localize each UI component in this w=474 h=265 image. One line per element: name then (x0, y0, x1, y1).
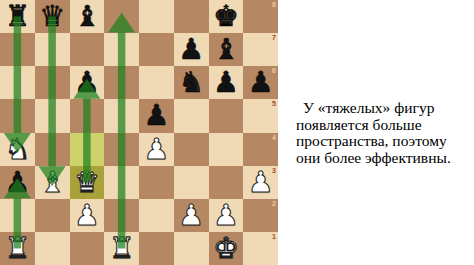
piece-black-queen-b8[interactable]: ♛ (39, 0, 65, 33)
square-f5[interactable] (174, 99, 209, 132)
square-b5[interactable] (35, 99, 70, 132)
rank-label-8: 8 (272, 0, 276, 9)
square-c2[interactable]: ♟ (70, 199, 105, 232)
square-d1[interactable]: ♜ (104, 232, 139, 265)
lesson-text-line-3: пространства, поэтому (296, 133, 472, 150)
square-e3[interactable] (139, 166, 174, 199)
square-f6[interactable]: ♞ (174, 66, 209, 99)
lesson-text-line-4: они более эффективны. (296, 150, 472, 167)
square-h1[interactable]: 1 (243, 232, 278, 265)
square-h5[interactable]: 5 (243, 99, 278, 132)
square-e6[interactable] (139, 66, 174, 99)
rank-label-3: 3 (272, 166, 276, 175)
piece-black-knight-f6[interactable]: ♞ (178, 66, 204, 99)
rank-label-6: 6 (272, 66, 276, 75)
square-g1[interactable]: ♚ (209, 232, 244, 265)
square-e4[interactable]: ♟ (139, 133, 174, 166)
square-d7[interactable] (104, 33, 139, 66)
chess-board[interactable]: ♜♛♝♚8♟♝7♟♞♟6♟♟5♞♟4♟♝♛3♟♟♟♟2♜♜♚1 (0, 0, 278, 265)
square-b3[interactable]: ♝ (35, 166, 70, 199)
square-a3[interactable]: ♟ (0, 166, 35, 199)
square-c7[interactable] (70, 33, 105, 66)
piece-black-pawn-g6[interactable]: ♟ (213, 66, 239, 99)
square-g3[interactable] (209, 166, 244, 199)
piece-black-pawn-e5[interactable]: ♟ (143, 99, 169, 132)
square-d5[interactable] (104, 99, 139, 132)
square-g2[interactable]: ♟ (209, 199, 244, 232)
square-d6[interactable] (104, 66, 139, 99)
square-d2[interactable] (104, 199, 139, 232)
square-h8[interactable]: 8 (243, 0, 278, 33)
piece-white-bishop-b3[interactable]: ♝ (39, 166, 65, 199)
square-h7[interactable]: 7 (243, 33, 278, 66)
square-d3[interactable] (104, 166, 139, 199)
lesson-text: У «тяжелых» фигур появляется больше прос… (296, 100, 472, 166)
piece-black-pawn-f7[interactable]: ♟ (178, 33, 204, 66)
square-g4[interactable] (209, 133, 244, 166)
square-a8[interactable]: ♜ (0, 0, 35, 33)
square-d8[interactable] (104, 0, 139, 33)
piece-white-rook-a1[interactable]: ♜ (4, 232, 30, 265)
square-h3[interactable]: 3♟ (243, 166, 278, 199)
piece-white-pawn-c2[interactable]: ♟ (74, 199, 100, 232)
rank-label-7: 7 (272, 33, 276, 42)
square-g8[interactable]: ♚ (209, 0, 244, 33)
piece-black-pawn-h6[interactable]: ♟ (248, 66, 274, 99)
square-b4[interactable] (35, 133, 70, 166)
piece-white-pawn-f2[interactable]: ♟ (178, 199, 204, 232)
square-a4[interactable]: ♞ (0, 133, 35, 166)
piece-black-bishop-c8[interactable]: ♝ (74, 0, 100, 33)
square-f7[interactable]: ♟ (174, 33, 209, 66)
square-c5[interactable] (70, 99, 105, 132)
square-f4[interactable] (174, 133, 209, 166)
lesson-text-line-2: появляется больше (296, 117, 472, 134)
square-e5[interactable]: ♟ (139, 99, 174, 132)
square-f8[interactable] (174, 0, 209, 33)
screenshot-root: ♜♛♝♚8♟♝7♟♞♟6♟♟5♞♟4♟♝♛3♟♟♟♟2♜♜♚1 У «тяжел… (0, 0, 474, 265)
square-a7[interactable] (0, 33, 35, 66)
lesson-text-line-1: У «тяжелых» фигур (296, 100, 472, 117)
piece-black-king-g8[interactable]: ♚ (213, 0, 239, 33)
piece-black-rook-a8[interactable]: ♜ (4, 0, 30, 33)
piece-white-king-g1[interactable]: ♚ (213, 232, 239, 265)
rank-label-4: 4 (272, 133, 276, 142)
square-e8[interactable] (139, 0, 174, 33)
square-e1[interactable] (139, 232, 174, 265)
piece-black-bishop-g7[interactable]: ♝ (213, 33, 239, 66)
square-a1[interactable]: ♜ (0, 232, 35, 265)
square-c4[interactable] (70, 133, 105, 166)
rank-label-5: 5 (272, 99, 276, 108)
square-c1[interactable] (70, 232, 105, 265)
square-f1[interactable] (174, 232, 209, 265)
square-h2[interactable]: 2 (243, 199, 278, 232)
square-d4[interactable] (104, 133, 139, 166)
square-a2[interactable] (0, 199, 35, 232)
piece-white-knight-a4[interactable]: ♞ (4, 133, 30, 166)
square-f2[interactable]: ♟ (174, 199, 209, 232)
square-e7[interactable] (139, 33, 174, 66)
square-b6[interactable] (35, 66, 70, 99)
square-h4[interactable]: 4 (243, 133, 278, 166)
square-a5[interactable] (0, 99, 35, 132)
square-b2[interactable] (35, 199, 70, 232)
square-h6[interactable]: 6♟ (243, 66, 278, 99)
square-f3[interactable] (174, 166, 209, 199)
piece-white-pawn-e4[interactable]: ♟ (143, 133, 169, 166)
square-b8[interactable]: ♛ (35, 0, 70, 33)
square-e2[interactable] (139, 199, 174, 232)
piece-black-pawn-a3[interactable]: ♟ (4, 166, 30, 199)
square-c8[interactable]: ♝ (70, 0, 105, 33)
square-a6[interactable] (0, 66, 35, 99)
square-g7[interactable]: ♝ (209, 33, 244, 66)
square-g5[interactable] (209, 99, 244, 132)
piece-white-queen-c3[interactable]: ♛ (74, 166, 100, 199)
square-c6[interactable]: ♟ (70, 66, 105, 99)
piece-white-pawn-g2[interactable]: ♟ (213, 199, 239, 232)
rank-label-2: 2 (272, 199, 276, 208)
piece-white-pawn-h3[interactable]: ♟ (248, 166, 274, 199)
piece-black-pawn-c6[interactable]: ♟ (74, 66, 100, 99)
square-b1[interactable] (35, 232, 70, 265)
piece-white-rook-d1[interactable]: ♜ (109, 232, 135, 265)
square-c3[interactable]: ♛ (70, 166, 105, 199)
square-b7[interactable] (35, 33, 70, 66)
rank-label-1: 1 (272, 232, 276, 241)
square-g6[interactable]: ♟ (209, 66, 244, 99)
